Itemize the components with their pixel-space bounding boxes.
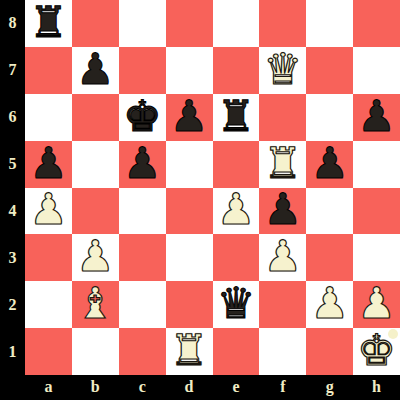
piece-black-rook-a8[interactable]: ♜: [29, 1, 68, 44]
square-f2[interactable]: [259, 281, 306, 328]
square-f1[interactable]: [259, 328, 306, 375]
square-c5[interactable]: ♟: [119, 141, 166, 188]
square-b1[interactable]: [72, 328, 119, 375]
file-label-g: g: [306, 375, 353, 400]
piece-white-pawn-g2[interactable]: ♟: [310, 282, 349, 325]
square-f8[interactable]: [259, 0, 306, 47]
square-g8[interactable]: [306, 0, 353, 47]
piece-white-rook-f5[interactable]: ♜: [264, 142, 303, 185]
square-f5[interactable]: ♜: [259, 141, 306, 188]
square-f3[interactable]: ♟: [259, 234, 306, 281]
file-label-c: c: [119, 375, 166, 400]
square-g3[interactable]: [306, 234, 353, 281]
piece-white-bishop-b2[interactable]: ♝: [76, 282, 115, 325]
square-d7[interactable]: [166, 47, 213, 94]
piece-black-pawn-c5[interactable]: ♟: [123, 142, 162, 185]
square-b7[interactable]: ♟: [72, 47, 119, 94]
square-e3[interactable]: [213, 234, 260, 281]
piece-black-king-c6[interactable]: ♚: [123, 95, 162, 138]
square-g2[interactable]: ♟: [306, 281, 353, 328]
square-a3[interactable]: [25, 234, 72, 281]
rank-label-8: 8: [0, 0, 25, 47]
square-a8[interactable]: ♜: [25, 0, 72, 47]
piece-white-pawn-b3[interactable]: ♟: [76, 235, 115, 278]
square-a4[interactable]: ♟: [25, 188, 72, 235]
square-e2[interactable]: ♛: [213, 281, 260, 328]
square-h2[interactable]: ♟: [353, 281, 400, 328]
square-b4[interactable]: [72, 188, 119, 235]
square-d5[interactable]: [166, 141, 213, 188]
square-e6[interactable]: ♜: [213, 94, 260, 141]
square-h3[interactable]: [353, 234, 400, 281]
piece-white-pawn-h2[interactable]: ♟: [357, 282, 396, 325]
square-h6[interactable]: ♟: [353, 94, 400, 141]
square-d8[interactable]: [166, 0, 213, 47]
square-b2[interactable]: ♝: [72, 281, 119, 328]
square-b6[interactable]: [72, 94, 119, 141]
square-a1[interactable]: [25, 328, 72, 375]
square-g7[interactable]: [306, 47, 353, 94]
square-b8[interactable]: [72, 0, 119, 47]
square-d3[interactable]: [166, 234, 213, 281]
piece-black-pawn-g5[interactable]: ♟: [310, 142, 349, 185]
file-label-h: h: [353, 375, 400, 400]
file-labels: abcdefgh: [25, 375, 400, 400]
square-d2[interactable]: [166, 281, 213, 328]
rank-label-6: 6: [0, 94, 25, 141]
square-a7[interactable]: [25, 47, 72, 94]
rank-labels: 87654321: [0, 0, 25, 375]
square-c2[interactable]: [119, 281, 166, 328]
square-e1[interactable]: [213, 328, 260, 375]
file-label-b: b: [72, 375, 119, 400]
file-label-f: f: [259, 375, 306, 400]
square-a6[interactable]: [25, 94, 72, 141]
rank-label-7: 7: [0, 47, 25, 94]
chess-puzzle-diagram: ♜♟♛♚♟♜♟♟♟♜♟♟♟♟♟♟♝♛♟♟♜♚ 87654321 abcdefgh: [0, 0, 400, 400]
square-d4[interactable]: [166, 188, 213, 235]
rank-label-4: 4: [0, 188, 25, 235]
square-h4[interactable]: [353, 188, 400, 235]
piece-white-queen-f7[interactable]: ♛: [264, 48, 303, 91]
square-g1[interactable]: [306, 328, 353, 375]
square-h7[interactable]: [353, 47, 400, 94]
square-e5[interactable]: [213, 141, 260, 188]
square-a5[interactable]: ♟: [25, 141, 72, 188]
square-d6[interactable]: ♟: [166, 94, 213, 141]
piece-black-pawn-f4[interactable]: ♟: [264, 188, 303, 231]
square-c3[interactable]: [119, 234, 166, 281]
square-a2[interactable]: [25, 281, 72, 328]
square-g6[interactable]: [306, 94, 353, 141]
square-b5[interactable]: [72, 141, 119, 188]
piece-white-pawn-a4[interactable]: ♟: [29, 188, 68, 231]
square-e8[interactable]: [213, 0, 260, 47]
square-b3[interactable]: ♟: [72, 234, 119, 281]
rank-label-5: 5: [0, 141, 25, 188]
square-f6[interactable]: [259, 94, 306, 141]
piece-white-pawn-f3[interactable]: ♟: [264, 235, 303, 278]
rank-label-2: 2: [0, 281, 25, 328]
square-c4[interactable]: [119, 188, 166, 235]
piece-black-rook-e6[interactable]: ♜: [217, 95, 256, 138]
square-c8[interactable]: [119, 0, 166, 47]
square-e7[interactable]: [213, 47, 260, 94]
square-f7[interactable]: ♛: [259, 47, 306, 94]
square-f4[interactable]: ♟: [259, 188, 306, 235]
file-label-a: a: [25, 375, 72, 400]
square-e4[interactable]: ♟: [213, 188, 260, 235]
square-c6[interactable]: ♚: [119, 94, 166, 141]
piece-white-rook-d1[interactable]: ♜: [170, 329, 209, 372]
piece-black-queen-e2[interactable]: ♛: [217, 282, 256, 325]
file-label-d: d: [166, 375, 213, 400]
piece-black-pawn-a5[interactable]: ♟: [29, 142, 68, 185]
rank-label-1: 1: [0, 328, 25, 375]
square-d1[interactable]: ♜: [166, 328, 213, 375]
square-h5[interactable]: [353, 141, 400, 188]
file-label-e: e: [213, 375, 260, 400]
square-h1[interactable]: ♚: [353, 328, 400, 375]
square-c7[interactable]: [119, 47, 166, 94]
side-to-move-indicator: [388, 329, 398, 339]
rank-label-3: 3: [0, 234, 25, 281]
square-c1[interactable]: [119, 328, 166, 375]
piece-black-pawn-d6[interactable]: ♟: [170, 95, 209, 138]
piece-black-pawn-b7[interactable]: ♟: [76, 48, 115, 91]
square-g5[interactable]: ♟: [306, 141, 353, 188]
piece-white-pawn-e4[interactable]: ♟: [217, 188, 256, 231]
chess-board: ♜♟♛♚♟♜♟♟♟♜♟♟♟♟♟♟♝♛♟♟♜♚: [25, 0, 400, 375]
square-h8[interactable]: [353, 0, 400, 47]
piece-black-pawn-h6[interactable]: ♟: [357, 95, 396, 138]
square-g4[interactable]: [306, 188, 353, 235]
